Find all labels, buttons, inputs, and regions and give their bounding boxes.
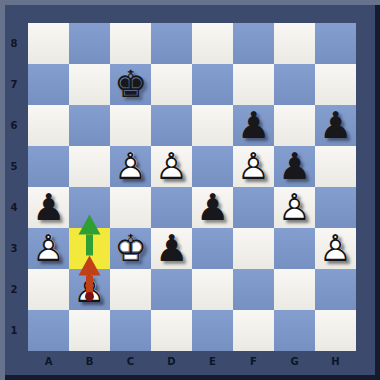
square-c7[interactable]: ♚ — [110, 64, 151, 105]
board: ♚♟♟♟♙♟♙♟♙♟♟♟♟♙♟♙♚♔♟♟♙♟♙ — [28, 23, 356, 351]
square-g5[interactable]: ♟ — [274, 146, 315, 187]
square-g2[interactable] — [274, 269, 315, 310]
black-pawn-icon[interactable]: ♟ — [28, 187, 69, 228]
square-a3[interactable]: ♟♙ — [28, 228, 69, 269]
file-label-g: G — [274, 351, 315, 367]
square-e8[interactable] — [192, 23, 233, 64]
black-pawn-icon-glyph: ♟ — [315, 105, 356, 146]
square-b6[interactable] — [69, 105, 110, 146]
white-pawn-icon-outline: ♙ — [274, 187, 315, 228]
square-h8[interactable] — [315, 23, 356, 64]
black-pawn-icon-glyph: ♟ — [28, 187, 69, 228]
square-e6[interactable] — [192, 105, 233, 146]
square-g6[interactable] — [274, 105, 315, 146]
square-e7[interactable] — [192, 64, 233, 105]
square-d6[interactable] — [151, 105, 192, 146]
square-f7[interactable] — [233, 64, 274, 105]
white-king-icon-outline: ♔ — [110, 228, 151, 269]
black-pawn-icon[interactable]: ♟ — [233, 105, 274, 146]
square-a8[interactable] — [28, 23, 69, 64]
square-d4[interactable] — [151, 187, 192, 228]
rank-label-5: 5 — [0, 146, 28, 187]
square-h7[interactable] — [315, 64, 356, 105]
square-b4[interactable] — [69, 187, 110, 228]
square-e1[interactable] — [192, 310, 233, 351]
white-pawn-icon-outline: ♙ — [110, 146, 151, 187]
file-label-f: F — [233, 351, 274, 367]
rank-label-2: 2 — [0, 269, 28, 310]
white-pawn-icon[interactable]: ♟♙ — [110, 146, 151, 187]
square-h1[interactable] — [315, 310, 356, 351]
rank-label-6: 6 — [0, 105, 28, 146]
square-b8[interactable] — [69, 23, 110, 64]
square-a7[interactable] — [28, 64, 69, 105]
square-e2[interactable] — [192, 269, 233, 310]
square-f5[interactable]: ♟♙ — [233, 146, 274, 187]
black-pawn-icon-glyph: ♟ — [233, 105, 274, 146]
white-pawn-icon-outline: ♙ — [315, 228, 356, 269]
square-d2[interactable] — [151, 269, 192, 310]
square-c2[interactable] — [110, 269, 151, 310]
white-pawn-icon[interactable]: ♟♙ — [315, 228, 356, 269]
black-pawn-icon-glyph: ♟ — [151, 228, 192, 269]
square-d1[interactable] — [151, 310, 192, 351]
file-label-d: D — [151, 351, 192, 367]
black-pawn-icon[interactable]: ♟ — [192, 187, 233, 228]
rank-label-7: 7 — [0, 64, 28, 105]
square-d7[interactable] — [151, 64, 192, 105]
black-pawn-icon-glyph: ♟ — [192, 187, 233, 228]
square-g8[interactable] — [274, 23, 315, 64]
file-label-b: B — [69, 351, 110, 367]
square-a2[interactable] — [28, 269, 69, 310]
rank-label-8: 8 — [0, 23, 28, 64]
square-b5[interactable] — [69, 146, 110, 187]
square-h3[interactable]: ♟♙ — [315, 228, 356, 269]
rank-labels: 87654321 — [0, 23, 28, 351]
file-labels: ABCDEFGH — [28, 351, 356, 367]
square-g7[interactable] — [274, 64, 315, 105]
black-king-icon[interactable]: ♚ — [110, 64, 151, 105]
square-f8[interactable] — [233, 23, 274, 64]
square-c5[interactable]: ♟♙ — [110, 146, 151, 187]
white-king-icon[interactable]: ♚♔ — [110, 228, 151, 269]
square-g1[interactable] — [274, 310, 315, 351]
white-pawn-icon[interactable]: ♟♙ — [69, 269, 110, 310]
square-h4[interactable] — [315, 187, 356, 228]
square-e3[interactable] — [192, 228, 233, 269]
black-pawn-icon[interactable]: ♟ — [274, 146, 315, 187]
square-b7[interactable] — [69, 64, 110, 105]
square-c1[interactable] — [110, 310, 151, 351]
file-label-c: C — [110, 351, 151, 367]
square-f2[interactable] — [233, 269, 274, 310]
white-pawn-icon[interactable]: ♟♙ — [151, 146, 192, 187]
square-e5[interactable] — [192, 146, 233, 187]
square-b2[interactable]: ♟♙ — [69, 269, 110, 310]
square-b1[interactable] — [69, 310, 110, 351]
square-c6[interactable] — [110, 105, 151, 146]
black-king-icon-glyph: ♚ — [110, 64, 151, 105]
black-pawn-icon-glyph: ♟ — [274, 146, 315, 187]
square-e4[interactable]: ♟ — [192, 187, 233, 228]
square-d3[interactable]: ♟ — [151, 228, 192, 269]
square-f4[interactable] — [233, 187, 274, 228]
square-a6[interactable] — [28, 105, 69, 146]
square-c4[interactable] — [110, 187, 151, 228]
rank-label-4: 4 — [0, 187, 28, 228]
chess-diagram: 87654321 ♚♟♟♟♙♟♙♟♙♟♟♟♟♙♟♙♚♔♟♟♙♟♙ ABCDEFG… — [0, 0, 380, 380]
square-c3[interactable]: ♚♔ — [110, 228, 151, 269]
white-pawn-icon-outline: ♙ — [28, 228, 69, 269]
square-f3[interactable] — [233, 228, 274, 269]
white-pawn-icon-outline: ♙ — [151, 146, 192, 187]
square-b3[interactable] — [69, 228, 110, 269]
white-pawn-icon[interactable]: ♟♙ — [274, 187, 315, 228]
square-f1[interactable] — [233, 310, 274, 351]
white-pawn-icon[interactable]: ♟♙ — [28, 228, 69, 269]
square-h6[interactable]: ♟ — [315, 105, 356, 146]
square-h2[interactable] — [315, 269, 356, 310]
rank-label-1: 1 — [0, 310, 28, 351]
square-d5[interactable]: ♟♙ — [151, 146, 192, 187]
square-g3[interactable] — [274, 228, 315, 269]
square-a1[interactable] — [28, 310, 69, 351]
white-pawn-icon-outline: ♙ — [69, 269, 110, 310]
file-label-a: A — [28, 351, 69, 367]
file-label-h: H — [315, 351, 356, 367]
black-pawn-icon[interactable]: ♟ — [315, 105, 356, 146]
square-a5[interactable] — [28, 146, 69, 187]
white-pawn-icon[interactable]: ♟♙ — [233, 146, 274, 187]
square-h5[interactable] — [315, 146, 356, 187]
square-d8[interactable] — [151, 23, 192, 64]
black-pawn-icon[interactable]: ♟ — [151, 228, 192, 269]
square-g4[interactable]: ♟♙ — [274, 187, 315, 228]
file-label-e: E — [192, 351, 233, 367]
square-f6[interactable]: ♟ — [233, 105, 274, 146]
square-c8[interactable] — [110, 23, 151, 64]
square-a4[interactable]: ♟ — [28, 187, 69, 228]
white-pawn-icon-outline: ♙ — [233, 146, 274, 187]
rank-label-3: 3 — [0, 228, 28, 269]
